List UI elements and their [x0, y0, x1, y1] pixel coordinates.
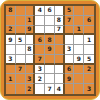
cell-r4c2[interactable]: 5 [16, 35, 26, 45]
cell-r5c3[interactable]: 8 [26, 45, 36, 55]
cell-r3c9[interactable] [84, 26, 94, 36]
cell-r4c6[interactable] [55, 35, 65, 45]
cell-r8c1[interactable]: 1 [6, 74, 16, 84]
cell-r4c5[interactable]: 8 [45, 35, 55, 45]
cell-r5c6[interactable] [55, 45, 65, 55]
cell-r5c4[interactable] [35, 45, 45, 55]
cell-r5c9[interactable] [84, 45, 94, 55]
cell-r8c8[interactable] [74, 74, 84, 84]
cell-r5c2[interactable] [16, 45, 26, 55]
cell-r4c7[interactable] [65, 35, 75, 45]
cell-r8c5[interactable] [45, 74, 55, 84]
cell-r1c1[interactable]: 8 [6, 6, 16, 16]
sudoku-board: 846518762971956818933795736213292743 [4, 4, 96, 96]
cell-r6c8[interactable]: 9 [74, 55, 84, 65]
cell-r4c1[interactable]: 9 [6, 35, 16, 45]
cell-r6c6[interactable] [55, 55, 65, 65]
cell-r2c1[interactable] [6, 16, 16, 26]
cell-r7c2[interactable]: 7 [16, 65, 26, 75]
cell-r6c2[interactable] [16, 55, 26, 65]
cell-r5c5[interactable]: 9 [45, 45, 55, 55]
cell-r5c8[interactable] [74, 45, 84, 55]
cell-r3c3[interactable]: 9 [26, 26, 36, 36]
cell-r2c3[interactable]: 1 [26, 16, 36, 26]
cell-r1c7[interactable]: 5 [65, 6, 75, 16]
cell-r4c9[interactable]: 1 [84, 35, 94, 45]
cell-r2c8[interactable] [74, 16, 84, 26]
cell-r8c7[interactable]: 9 [65, 74, 75, 84]
cell-r9c3[interactable]: 2 [26, 84, 36, 94]
cell-r6c5[interactable] [45, 55, 55, 65]
cell-r3c2[interactable] [16, 26, 26, 36]
cell-r6c7[interactable] [65, 55, 75, 65]
cell-r4c3[interactable] [26, 35, 36, 45]
cell-r1c6[interactable] [55, 6, 65, 16]
cell-r1c3[interactable] [26, 6, 36, 16]
cell-r8c9[interactable] [84, 74, 94, 84]
cell-r9c9[interactable]: 3 [84, 84, 94, 94]
cell-r3c1[interactable]: 2 [6, 26, 16, 36]
cell-r7c8[interactable] [74, 65, 84, 75]
cell-r7c9[interactable]: 2 [84, 65, 94, 75]
cell-r8c2[interactable] [16, 74, 26, 84]
cell-r2c9[interactable]: 6 [84, 16, 94, 26]
cell-r7c7[interactable]: 6 [65, 65, 75, 75]
cell-r3c4[interactable] [35, 26, 45, 36]
cell-r9c7[interactable] [65, 84, 75, 94]
cell-r7c3[interactable] [26, 65, 36, 75]
cell-r2c6[interactable]: 8 [55, 16, 65, 26]
cell-r6c9[interactable]: 5 [84, 55, 94, 65]
cell-r9c6[interactable]: 4 [55, 84, 65, 94]
cell-r7c1[interactable] [6, 65, 16, 75]
cell-r9c2[interactable] [16, 84, 26, 94]
cell-r3c5[interactable] [45, 26, 55, 36]
cell-r7c4[interactable]: 3 [35, 65, 45, 75]
cell-r3c8[interactable]: 1 [74, 26, 84, 36]
cell-r1c2[interactable] [16, 6, 26, 16]
app-frame: 846518762971956818933795736213292743 [0, 0, 100, 100]
cell-r1c9[interactable] [84, 6, 94, 16]
cell-r6c3[interactable] [26, 55, 36, 65]
cell-r5c7[interactable]: 3 [65, 45, 75, 55]
cell-r4c8[interactable] [74, 35, 84, 45]
cell-r5c1[interactable] [6, 45, 16, 55]
cell-r7c5[interactable] [45, 65, 55, 75]
cell-r9c5[interactable]: 7 [45, 84, 55, 94]
cell-r3c6[interactable]: 7 [55, 26, 65, 36]
cell-r2c4[interactable] [35, 16, 45, 26]
cell-r8c6[interactable] [55, 74, 65, 84]
cell-r2c7[interactable]: 7 [65, 16, 75, 26]
cell-r2c2[interactable] [16, 16, 26, 26]
cell-r9c4[interactable] [35, 84, 45, 94]
cell-r4c4[interactable]: 6 [35, 35, 45, 45]
cell-r2c5[interactable] [45, 16, 55, 26]
cell-r8c3[interactable]: 3 [26, 74, 36, 84]
cell-r1c5[interactable]: 6 [45, 6, 55, 16]
cell-r9c1[interactable] [6, 84, 16, 94]
cell-r6c4[interactable]: 7 [35, 55, 45, 65]
cell-r1c8[interactable] [74, 6, 84, 16]
cell-r6c1[interactable]: 3 [6, 55, 16, 65]
cell-r1c4[interactable]: 4 [35, 6, 45, 16]
cell-r9c8[interactable] [74, 84, 84, 94]
cell-r3c7[interactable] [65, 26, 75, 36]
cell-r8c4[interactable]: 2 [35, 74, 45, 84]
cell-r7c6[interactable] [55, 65, 65, 75]
